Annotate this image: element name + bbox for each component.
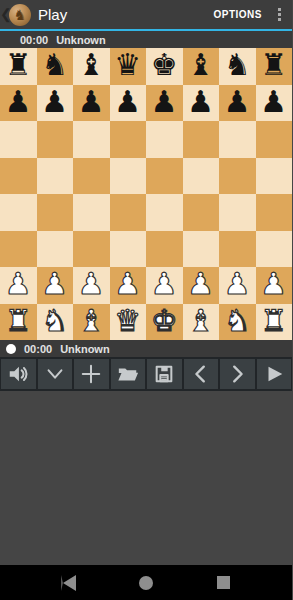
- chevron-left-icon: [190, 363, 212, 385]
- empty-area: [0, 391, 292, 565]
- white-pawn: ♟: [224, 269, 251, 299]
- square-c8[interactable]: ♝: [73, 48, 110, 85]
- square-b7[interactable]: ♟: [37, 85, 74, 122]
- white-pawn: ♟: [187, 269, 214, 299]
- options-button[interactable]: OPTIONS: [205, 3, 270, 26]
- play-button[interactable]: [257, 359, 292, 389]
- square-a4[interactable]: [0, 194, 37, 231]
- black-pawn: ♟: [5, 87, 32, 117]
- speaker-button[interactable]: [1, 359, 36, 389]
- back-chevron-icon[interactable]: ❮: [0, 0, 9, 29]
- square-b1[interactable]: ♞: [37, 304, 74, 341]
- square-h6[interactable]: [256, 121, 293, 158]
- square-e1[interactable]: ♚: [146, 304, 183, 341]
- speaker-icon: [7, 363, 29, 385]
- black-knight: ♞: [41, 50, 68, 80]
- square-h7[interactable]: ♟: [256, 85, 293, 122]
- top-player-bar: 00:00 Unknown: [0, 31, 292, 48]
- white-pawn: ♟: [5, 269, 32, 299]
- android-nav-bar: [0, 565, 292, 600]
- play-icon: [263, 363, 285, 385]
- square-c4[interactable]: [73, 194, 110, 231]
- square-a5[interactable]: [0, 158, 37, 195]
- black-pawn: ♟: [260, 87, 287, 117]
- square-f6[interactable]: [183, 121, 220, 158]
- square-e3[interactable]: [146, 231, 183, 268]
- black-pawn: ♟: [78, 87, 105, 117]
- open-folder-icon: [117, 363, 139, 385]
- collapse-button[interactable]: [38, 359, 73, 389]
- square-f8[interactable]: ♝: [183, 48, 220, 85]
- square-c1[interactable]: ♝: [73, 304, 110, 341]
- square-h3[interactable]: [256, 231, 293, 268]
- square-e8[interactable]: ♚: [146, 48, 183, 85]
- white-pawn: ♟: [41, 269, 68, 299]
- white-rook: ♜: [260, 306, 287, 336]
- white-knight: ♞: [41, 306, 68, 336]
- square-g5[interactable]: [219, 158, 256, 195]
- nav-home-icon[interactable]: [139, 576, 153, 590]
- square-d8[interactable]: ♛: [110, 48, 147, 85]
- white-pawn: ♟: [151, 269, 178, 299]
- black-bishop: ♝: [187, 50, 214, 80]
- square-c7[interactable]: ♟: [73, 85, 110, 122]
- square-b6[interactable]: [37, 121, 74, 158]
- nav-recents-icon[interactable]: [217, 576, 230, 589]
- square-f2[interactable]: ♟: [183, 267, 220, 304]
- square-f3[interactable]: [183, 231, 220, 268]
- square-b5[interactable]: [37, 158, 74, 195]
- chevron-down-icon: [44, 363, 66, 385]
- knight-icon: ♞: [14, 7, 27, 23]
- square-a8[interactable]: ♜: [0, 48, 37, 85]
- bottom-player-clock: 00:00: [24, 343, 52, 355]
- overflow-menu-icon[interactable]: [270, 4, 288, 25]
- chess-board: ♜♞♝♛♚♝♞♜♟♟♟♟♟♟♟♟♟♟♟♟♟♟♟♟♜♞♝♛♚♝♞♜: [0, 48, 292, 340]
- square-d7[interactable]: ♟: [110, 85, 147, 122]
- bottom-player-name: Unknown: [60, 343, 110, 355]
- square-a3[interactable]: [0, 231, 37, 268]
- chevron-right-icon: [226, 363, 248, 385]
- plus-icon: [80, 363, 102, 385]
- square-h4[interactable]: [256, 194, 293, 231]
- square-f4[interactable]: [183, 194, 220, 231]
- square-d6[interactable]: [110, 121, 147, 158]
- square-a7[interactable]: ♟: [0, 85, 37, 122]
- square-c6[interactable]: [73, 121, 110, 158]
- square-h8[interactable]: ♜: [256, 48, 293, 85]
- black-pawn: ♟: [41, 87, 68, 117]
- square-b4[interactable]: [37, 194, 74, 231]
- square-a1[interactable]: ♜: [0, 304, 37, 341]
- bottom-player-bar: 00:00 Unknown: [0, 340, 292, 357]
- square-b8[interactable]: ♞: [37, 48, 74, 85]
- square-g8[interactable]: ♞: [219, 48, 256, 85]
- square-g3[interactable]: [219, 231, 256, 268]
- white-pawn: ♟: [78, 269, 105, 299]
- black-bishop: ♝: [78, 50, 105, 80]
- white-bishop: ♝: [187, 306, 214, 336]
- square-e6[interactable]: [146, 121, 183, 158]
- square-e5[interactable]: [146, 158, 183, 195]
- black-pawn: ♟: [187, 87, 214, 117]
- save-button[interactable]: [147, 359, 182, 389]
- square-d4[interactable]: [110, 194, 147, 231]
- square-c5[interactable]: [73, 158, 110, 195]
- square-h1[interactable]: ♜: [256, 304, 293, 341]
- square-b2[interactable]: ♟: [37, 267, 74, 304]
- square-h2[interactable]: ♟: [256, 267, 293, 304]
- black-knight: ♞: [224, 50, 251, 80]
- square-a6[interactable]: [0, 121, 37, 158]
- white-king: ♚: [151, 306, 178, 336]
- square-f7[interactable]: ♟: [183, 85, 220, 122]
- white-bishop: ♝: [78, 306, 105, 336]
- nav-back-icon[interactable]: [61, 575, 76, 591]
- square-e7[interactable]: ♟: [146, 85, 183, 122]
- white-rook: ♜: [5, 306, 32, 336]
- square-b3[interactable]: [37, 231, 74, 268]
- white-pawn: ♟: [260, 269, 287, 299]
- top-player-clock: 00:00: [20, 34, 48, 46]
- top-player-name: Unknown: [56, 34, 106, 46]
- chess-app-icon: ♞: [9, 4, 31, 26]
- square-g1[interactable]: ♞: [219, 304, 256, 341]
- square-h5[interactable]: [256, 158, 293, 195]
- square-g4[interactable]: [219, 194, 256, 231]
- square-c2[interactable]: ♟: [73, 267, 110, 304]
- square-g6[interactable]: [219, 121, 256, 158]
- square-g2[interactable]: ♟: [219, 267, 256, 304]
- next-move-button[interactable]: [220, 359, 255, 389]
- black-rook: ♜: [5, 50, 32, 80]
- square-d1[interactable]: ♛: [110, 304, 147, 341]
- save-icon: [153, 363, 175, 385]
- square-c3[interactable]: [73, 231, 110, 268]
- black-rook: ♜: [260, 50, 287, 80]
- toolbar: [0, 357, 292, 391]
- square-e2[interactable]: ♟: [146, 267, 183, 304]
- white-queen: ♛: [114, 306, 141, 336]
- square-d2[interactable]: ♟: [110, 267, 147, 304]
- square-f5[interactable]: [183, 158, 220, 195]
- square-d3[interactable]: [110, 231, 147, 268]
- square-d5[interactable]: [110, 158, 147, 195]
- black-queen: ♛: [114, 50, 141, 80]
- black-pawn: ♟: [151, 87, 178, 117]
- square-a2[interactable]: ♟: [0, 267, 37, 304]
- page-title: Play: [38, 6, 67, 23]
- black-pawn: ♟: [114, 87, 141, 117]
- prev-move-button[interactable]: [184, 359, 219, 389]
- open-file-button[interactable]: [111, 359, 146, 389]
- white-turn-indicator-icon: [6, 344, 16, 354]
- square-f1[interactable]: ♝: [183, 304, 220, 341]
- black-king: ♚: [151, 50, 178, 80]
- square-e4[interactable]: [146, 194, 183, 231]
- new-game-button[interactable]: [74, 359, 109, 389]
- white-pawn: ♟: [114, 269, 141, 299]
- white-knight: ♞: [224, 306, 251, 336]
- app-bar: ❮ ♞ Play OPTIONS: [0, 0, 292, 29]
- black-pawn: ♟: [224, 87, 251, 117]
- square-g7[interactable]: ♟: [219, 85, 256, 122]
